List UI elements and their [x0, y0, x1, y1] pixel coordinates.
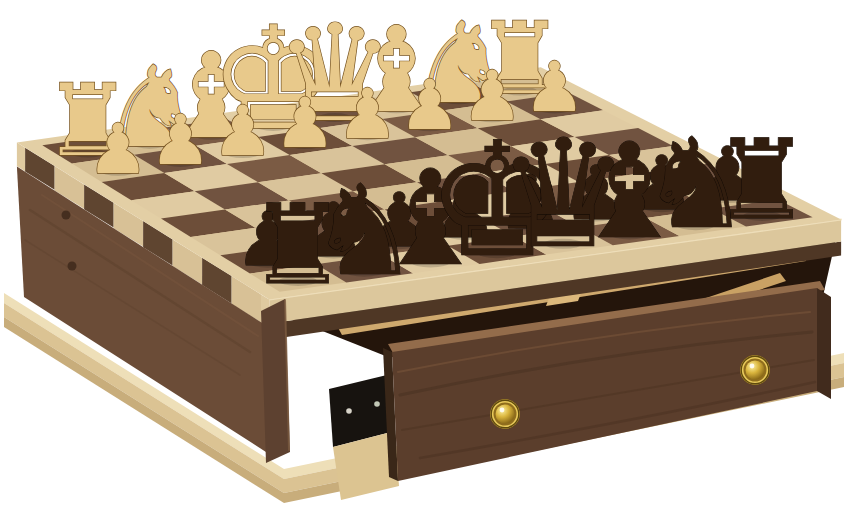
knob-highlight	[750, 364, 755, 369]
drawer-knob[interactable]	[496, 405, 515, 424]
slide-screw	[346, 408, 352, 414]
chess-piece-light-p[interactable]: ♟	[274, 83, 336, 163]
slide-screw	[374, 401, 380, 407]
chess-piece-light-p[interactable]: ♟	[87, 109, 149, 189]
dowel-peg	[68, 262, 77, 271]
drawer-knob[interactable]	[746, 361, 765, 380]
product-photo: Wooden walnut and maple chess set on a s…	[0, 0, 850, 512]
chess-piece-light-p[interactable]: ♟	[149, 100, 211, 180]
scene: ♜♞♝♚♛♝♞♜♟♟♟♟♟♟♟♟♟♟♟♟♟♟♟♟♜♞♝♚♛♝♞♜	[0, 0, 850, 512]
chess-piece-light-p[interactable]: ♟	[212, 91, 274, 171]
dowel-peg	[62, 211, 71, 220]
chess-piece-dark-r[interactable]: ♜	[713, 116, 812, 244]
drawer-front-right-edge	[817, 288, 831, 399]
knob-highlight	[500, 408, 505, 413]
